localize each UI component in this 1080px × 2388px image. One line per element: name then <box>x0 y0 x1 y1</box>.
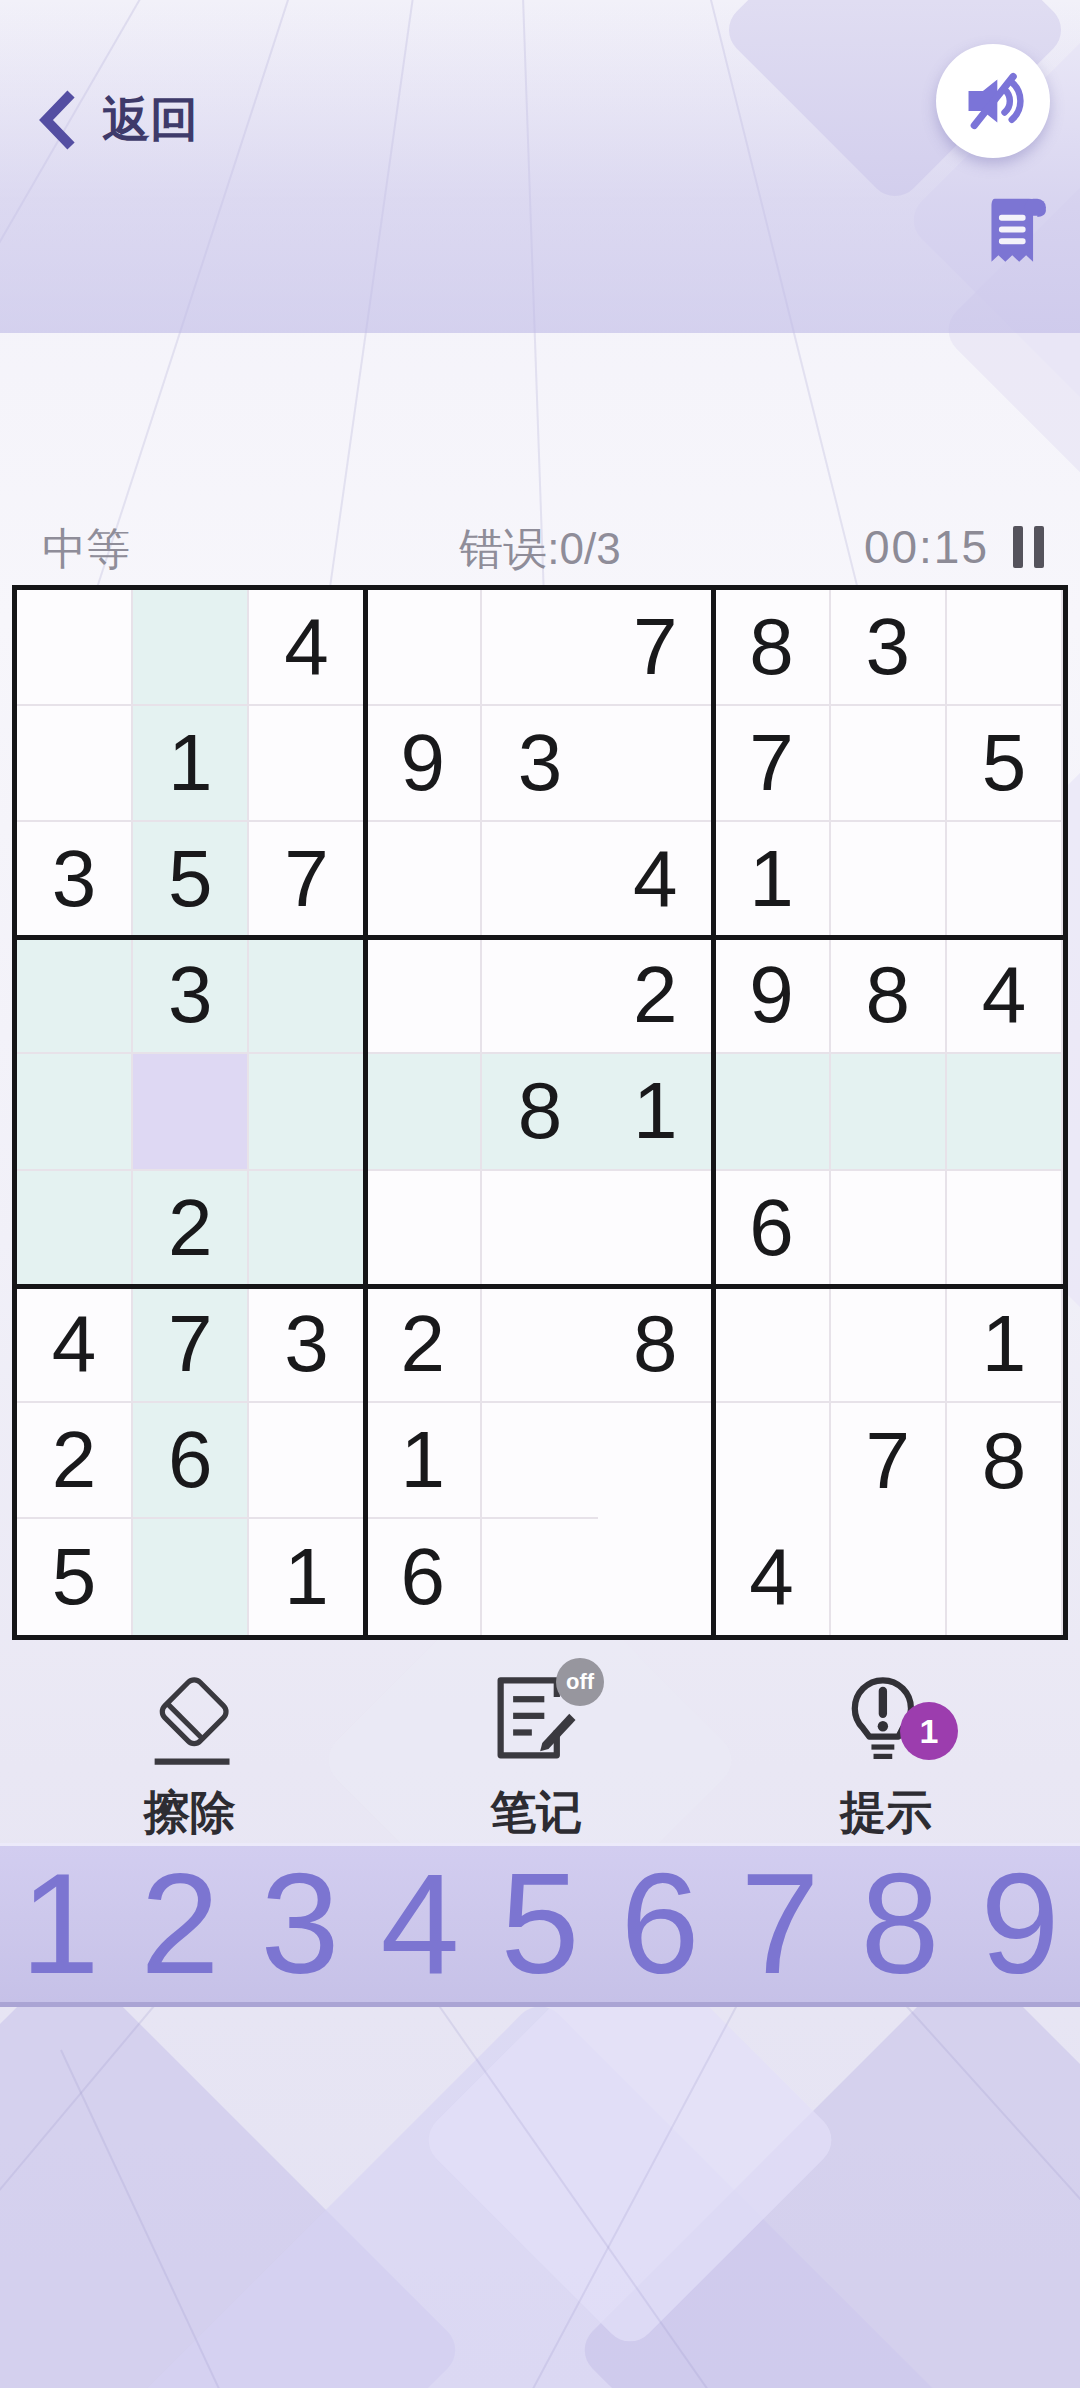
status-bar: 中等 错误:0/3 00:15 <box>0 520 1080 574</box>
sudoku-screen: 返回 中等 错误:0/3 00:15 <box>0 0 1080 2388</box>
cell-r2c2[interactable]: 1 <box>133 706 249 822</box>
cell-r5c7[interactable] <box>714 1054 830 1170</box>
cell-r7c8[interactable] <box>831 1287 947 1403</box>
cell-r1c8[interactable]: 3 <box>831 590 947 706</box>
cell-r2c4[interactable]: 9 <box>366 706 482 822</box>
numpad-key-6[interactable]: 6 <box>600 1846 720 2002</box>
cell-r1c9[interactable] <box>947 590 1063 706</box>
cell-r3c1[interactable]: 3 <box>17 822 133 938</box>
cell-r1c7[interactable]: 8 <box>714 590 830 706</box>
cell-r2c7[interactable]: 7 <box>714 706 830 822</box>
cell-r5c1[interactable] <box>17 1054 133 1170</box>
cell-r8c9[interactable]: 8 <box>947 1403 1063 1519</box>
erase-button[interactable]: 擦除 <box>70 1668 310 1844</box>
cell-r1c3[interactable]: 4 <box>249 590 365 706</box>
cell-r9c1[interactable]: 5 <box>17 1519 133 1635</box>
cell-r6c8[interactable] <box>831 1171 947 1287</box>
cell-r4c3[interactable] <box>249 938 365 1054</box>
notes-button[interactable]: off 笔记 <box>416 1668 656 1844</box>
cell-r9c8[interactable] <box>831 1519 947 1635</box>
cell-r3c8[interactable] <box>831 822 947 938</box>
numpad-key-2[interactable]: 2 <box>120 1846 240 2002</box>
sudoku-board[interactable]: 47831937535741329848126473281261785164 <box>12 585 1068 1640</box>
cell-r9c3[interactable]: 1 <box>249 1519 365 1635</box>
cell-r6c6[interactable] <box>598 1171 714 1287</box>
cell-r7c6[interactable]: 8 <box>598 1287 714 1403</box>
cell-r3c5[interactable] <box>482 822 598 938</box>
receipt-note-icon <box>984 194 1048 274</box>
cell-r4c7[interactable]: 9 <box>714 938 830 1054</box>
cell-r4c5[interactable] <box>482 938 598 1054</box>
cell-r7c1[interactable]: 4 <box>17 1287 133 1403</box>
cell-r4c6[interactable]: 2 <box>598 938 714 1054</box>
cell-r5c9[interactable] <box>947 1054 1063 1170</box>
hint-count-badge: 1 <box>900 1702 958 1760</box>
cell-r7c2[interactable]: 7 <box>133 1287 249 1403</box>
cell-r6c2[interactable]: 2 <box>133 1171 249 1287</box>
cell-r1c2[interactable] <box>133 590 249 706</box>
cell-r1c4[interactable] <box>366 590 482 706</box>
numpad-key-1[interactable]: 1 <box>0 1846 120 2002</box>
cell-r7c9[interactable]: 1 <box>947 1287 1063 1403</box>
cell-r8c1[interactable]: 2 <box>17 1403 133 1519</box>
cell-r6c5[interactable] <box>482 1171 598 1287</box>
cell-r2c5[interactable]: 3 <box>482 706 598 822</box>
cell-r6c9[interactable] <box>947 1171 1063 1287</box>
numpad-key-3[interactable]: 3 <box>240 1846 360 2002</box>
mute-button[interactable] <box>936 44 1050 158</box>
cell-r3c4[interactable] <box>366 822 482 938</box>
numpad-key-5[interactable]: 5 <box>480 1846 600 2002</box>
cell-r3c9[interactable] <box>947 822 1063 938</box>
numpad-key-9[interactable]: 9 <box>960 1846 1080 2002</box>
note-pencil-icon: off <box>484 1668 588 1772</box>
cell-r5c5[interactable]: 8 <box>482 1054 598 1170</box>
back-button[interactable]: 返回 <box>38 88 198 152</box>
cell-r8c8[interactable]: 7 <box>831 1403 947 1519</box>
cell-r8c4[interactable]: 1 <box>366 1403 482 1519</box>
cell-r6c7[interactable]: 6 <box>714 1171 830 1287</box>
cell-r5c2[interactable] <box>133 1054 249 1170</box>
numpad-key-7[interactable]: 7 <box>720 1846 840 2002</box>
cell-r6c3[interactable] <box>249 1171 365 1287</box>
cell-r9c5[interactable] <box>482 1519 598 1635</box>
cell-r1c6[interactable]: 7 <box>598 590 714 706</box>
cell-r9c9[interactable] <box>947 1519 1063 1635</box>
cell-r7c4[interactable]: 2 <box>366 1287 482 1403</box>
notes-label: 笔记 <box>490 1782 582 1844</box>
cell-r2c9[interactable]: 5 <box>947 706 1063 822</box>
cell-r8c7[interactable] <box>714 1403 830 1519</box>
cell-r4c4[interactable] <box>366 938 482 1054</box>
cell-r8c3[interactable] <box>249 1403 365 1519</box>
cell-r2c8[interactable] <box>831 706 947 822</box>
cell-r3c3[interactable]: 7 <box>249 822 365 938</box>
cell-r8c5[interactable] <box>482 1403 598 1519</box>
cell-r2c6[interactable] <box>598 706 714 822</box>
cell-r3c2[interactable]: 5 <box>133 822 249 938</box>
erase-label: 擦除 <box>144 1782 236 1844</box>
cell-r4c8[interactable]: 8 <box>831 938 947 1054</box>
cell-r7c7[interactable] <box>714 1287 830 1403</box>
pause-button[interactable] <box>1013 524 1044 570</box>
number-pad: 123456789 <box>0 1843 1080 2007</box>
speaker-muted-icon <box>957 65 1029 137</box>
cell-r8c2[interactable]: 6 <box>133 1403 249 1519</box>
cell-r7c5[interactable] <box>482 1287 598 1403</box>
numpad-key-8[interactable]: 8 <box>840 1846 960 2002</box>
cell-r1c5[interactable] <box>482 590 598 706</box>
cell-r5c8[interactable] <box>831 1054 947 1170</box>
cell-r4c2[interactable]: 3 <box>133 938 249 1054</box>
cell-r9c6[interactable] <box>598 1519 714 1635</box>
cell-r4c1[interactable] <box>17 938 133 1054</box>
eraser-icon <box>138 1668 242 1772</box>
cell-r2c1[interactable] <box>17 706 133 822</box>
notes-off-badge: off <box>556 1658 604 1706</box>
cell-r5c3[interactable] <box>249 1054 365 1170</box>
cell-r9c2[interactable] <box>133 1519 249 1635</box>
cell-r6c1[interactable] <box>17 1171 133 1287</box>
cell-r9c7[interactable]: 4 <box>714 1519 830 1635</box>
cell-r5c6[interactable]: 1 <box>598 1054 714 1170</box>
score-receipt-button[interactable] <box>984 194 1048 274</box>
chevron-left-icon <box>38 89 78 151</box>
cell-r9c4[interactable]: 6 <box>366 1519 482 1635</box>
back-label: 返回 <box>102 88 198 152</box>
cell-r3c6[interactable]: 4 <box>598 822 714 938</box>
cell-r2c3[interactable] <box>249 706 365 822</box>
hint-label: 提示 <box>840 1782 932 1844</box>
hint-button[interactable]: 1 提示 <box>766 1668 1006 1844</box>
cell-r3c7[interactable]: 1 <box>714 822 830 938</box>
cell-r4c9[interactable]: 4 <box>947 938 1063 1054</box>
numpad-key-4[interactable]: 4 <box>360 1846 480 2002</box>
cell-r5c4[interactable] <box>366 1054 482 1170</box>
cell-r7c3[interactable]: 3 <box>249 1287 365 1403</box>
cell-r8c6[interactable] <box>598 1403 714 1519</box>
lightbulb-exclamation-icon: 1 <box>834 1668 938 1772</box>
cell-r1c1[interactable] <box>17 590 133 706</box>
cell-r6c4[interactable] <box>366 1171 482 1287</box>
timer: 00:15 <box>864 520 989 574</box>
